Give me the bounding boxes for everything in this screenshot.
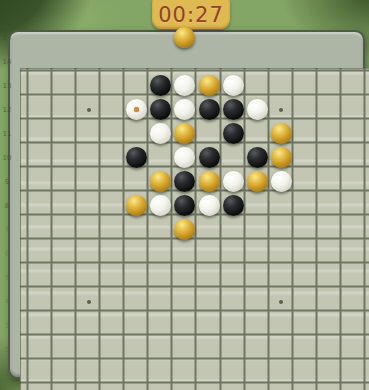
- row-label: 2: [1, 346, 13, 354]
- stone-gold: [271, 147, 292, 168]
- game-screen: 151413121110987654321 00:27: [0, 0, 369, 390]
- stone-black: [223, 195, 244, 216]
- row-label: 7: [1, 226, 13, 234]
- row-label: 3: [1, 322, 13, 330]
- row-label: 5: [1, 274, 13, 282]
- stone-white: [271, 171, 292, 192]
- stone-black: [199, 147, 220, 168]
- row-label: 8: [1, 202, 13, 210]
- stone-black: [247, 147, 268, 168]
- row-label: 14: [1, 58, 13, 66]
- row-label: 15: [1, 34, 13, 42]
- stone-black: [199, 99, 220, 120]
- stone-white: [247, 99, 268, 120]
- stone-gold: [199, 171, 220, 192]
- star-point: [279, 300, 283, 304]
- turn-indicator-gold-stone: [174, 27, 195, 48]
- stone-white: [223, 171, 244, 192]
- timer-value: 00:27: [158, 2, 224, 29]
- row-label: 10: [1, 154, 13, 162]
- stone-gold: [247, 171, 268, 192]
- row-label: 11: [1, 130, 13, 138]
- stone-gold: [199, 75, 220, 96]
- row-label: 12: [1, 106, 13, 114]
- star-point: [87, 300, 91, 304]
- stone-black: [223, 123, 244, 144]
- star-point: [279, 108, 283, 112]
- row-label: 13: [1, 82, 13, 90]
- stone-black: [223, 99, 244, 120]
- timer-box: 00:27: [152, 0, 230, 29]
- row-label: 1: [1, 370, 13, 378]
- star-point: [87, 108, 91, 112]
- stone-white: [199, 195, 220, 216]
- stone-gold: [271, 123, 292, 144]
- row-label: 9: [1, 178, 13, 186]
- stone-white: [223, 75, 244, 96]
- row-label: 4: [1, 298, 13, 306]
- row-label: 6: [1, 250, 13, 258]
